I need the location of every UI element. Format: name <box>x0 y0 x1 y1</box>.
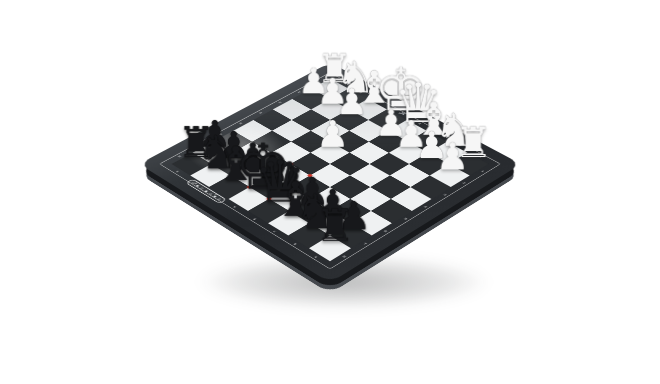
square-f3 <box>311 120 350 142</box>
coord-file-e-white-side: e <box>398 112 402 114</box>
product-photo-stage: ♜♞♝♚♛♝♞♜♟♟♟♟♟♟♟♟♟♟♟♟♟♟♟♟♜♞♝♚♛♝♞♜ ▫▪▫▪▫▪▫… <box>0 0 660 384</box>
coord-rank-2-hfile-side: 2 <box>297 91 301 93</box>
white-rook-h1: ♜ <box>317 49 343 89</box>
led-e7-bottom-right <box>266 197 272 200</box>
